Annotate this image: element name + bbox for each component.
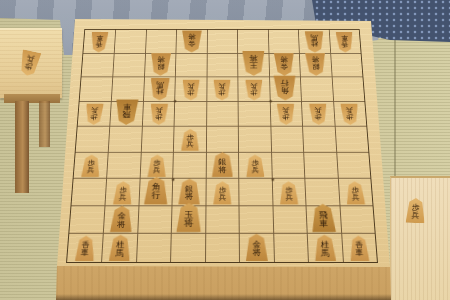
board-cell-9f[interactable]: 歩兵 [74, 152, 109, 178]
shogi-piece-lance-9i[interactable]: 香車 [75, 236, 96, 261]
board-cell-2b[interactable]: 銀将 [299, 53, 331, 77]
board-cell-6a[interactable]: 金将 [176, 30, 207, 53]
piece-kanji: 将 [249, 55, 258, 63]
piece-kanji: 王 [249, 62, 258, 70]
shogi-piece-gold-6a[interactable]: 金将 [182, 30, 202, 52]
shogi-piece-silver-7b[interactable]: 銀将 [150, 53, 171, 75]
board-cell-4i[interactable]: 金将 [239, 233, 274, 262]
shogi-piece-pawn-9f[interactable]: 歩兵 [81, 155, 101, 177]
board-cell-3g[interactable]: 歩兵 [271, 178, 305, 205]
piece-kanji: 将 [311, 56, 319, 63]
piece-kanji: 銀 [312, 63, 320, 70]
shogi-piece-pawn-6c[interactable]: 歩兵 [182, 79, 200, 100]
board-cell-9a[interactable]: 香車 [83, 30, 115, 53]
board-cell-4e[interactable] [238, 126, 271, 152]
board-cell-8f[interactable] [107, 152, 141, 178]
board-cell-1f[interactable] [336, 152, 371, 178]
board-cell-1e[interactable] [334, 126, 368, 152]
shogi-piece-pawn-1g[interactable]: 歩兵 [345, 181, 365, 204]
board-cell-9e[interactable] [76, 126, 110, 152]
shogi-piece-knight-2i[interactable]: 桂馬 [314, 235, 336, 261]
board-cell-7d[interactable]: 歩兵 [142, 101, 175, 126]
board-cell-6h[interactable]: 玉将 [171, 205, 205, 233]
piece-kanji: 歩 [346, 113, 354, 120]
board-cell-3a[interactable] [268, 30, 299, 53]
board-cell-5f[interactable]: 銀将 [206, 152, 239, 178]
board-cell-6d[interactable] [174, 101, 206, 126]
piece-kanji: 兵 [282, 106, 290, 113]
board-cell-5c[interactable]: 歩兵 [206, 77, 238, 101]
board-cell-9c[interactable] [80, 77, 113, 101]
shogi-piece-knight-7c[interactable]: 桂馬 [150, 78, 170, 100]
piece-kanji: 馬 [156, 81, 164, 88]
board-front-shadow [56, 294, 391, 300]
piece-kanji: 車 [341, 34, 349, 40]
piece-kanji: 将 [185, 193, 193, 201]
board-cell-5d[interactable] [206, 101, 238, 126]
board-cell-2e[interactable] [302, 126, 336, 152]
board-cell-9b[interactable] [82, 53, 115, 77]
piece-kanji: 将 [117, 220, 126, 228]
board-cell-1a[interactable]: 香車 [328, 30, 360, 53]
tatami-seam [394, 38, 396, 178]
piece-kanji: 兵 [153, 167, 161, 174]
shogi-piece-rook-2h[interactable]: 飛車 [311, 204, 336, 232]
shogi-piece-gold-8h[interactable]: 金将 [110, 206, 133, 232]
shogi-piece-gold-4i[interactable]: 金将 [246, 234, 268, 261]
board-cell-5a[interactable] [207, 30, 238, 53]
board-cell-3c[interactable]: 角行 [269, 77, 301, 101]
piece-kanji: 行 [281, 79, 289, 86]
piece-kanji: 将 [218, 166, 226, 174]
board-cell-7i[interactable] [136, 233, 171, 262]
piece-kanji: 馬 [310, 34, 318, 41]
shogi-piece-lance-1a[interactable]: 香車 [336, 32, 354, 52]
shogi-piece-lance-9a[interactable]: 香車 [90, 32, 108, 52]
left-stand-leg [39, 101, 50, 147]
piece-kanji: 兵 [26, 54, 35, 63]
shogi-piece-rook-8d[interactable]: 飛車 [115, 100, 138, 125]
piece-kanji: 車 [355, 250, 364, 258]
piece-kanji: 将 [280, 56, 288, 63]
board-cell-3h[interactable] [272, 205, 307, 233]
board-cell-7e[interactable] [141, 126, 174, 152]
board-cell-4a[interactable] [237, 30, 268, 53]
board-cell-5h[interactable] [205, 205, 239, 233]
board-cell-3e[interactable] [270, 126, 303, 152]
board-cell-1b[interactable] [330, 53, 363, 77]
board-cell-4g[interactable] [238, 178, 272, 205]
scene: 香車金将桂馬香車銀将王将金将銀将桂馬歩兵歩兵歩兵角行歩兵飛車歩兵歩兵歩兵歩兵歩兵… [0, 0, 450, 300]
piece-kanji: 将 [157, 56, 165, 63]
piece-kanji: 兵 [219, 82, 226, 89]
shogi-piece-pawn-3d[interactable]: 歩兵 [277, 104, 295, 125]
board-cell-5e[interactable] [206, 126, 239, 152]
piece-kanji: 兵 [285, 194, 293, 201]
board-cell-5g[interactable]: 歩兵 [205, 178, 238, 205]
shogi-piece-king-6h[interactable]: 玉将 [176, 203, 201, 232]
board-cell-4c[interactable]: 歩兵 [238, 77, 270, 101]
board-cell-1g[interactable]: 歩兵 [337, 178, 372, 205]
piece-kanji: 将 [184, 219, 193, 228]
board-cell-1d[interactable]: 歩兵 [333, 101, 367, 126]
shogi-piece-pawn-7f[interactable]: 歩兵 [147, 155, 166, 177]
piece-kanji: 歩 [90, 113, 98, 120]
board-cell-8i[interactable]: 桂馬 [101, 233, 137, 262]
board-cell-8d[interactable]: 飛車 [110, 101, 143, 126]
board-cell-7c[interactable]: 桂馬 [143, 77, 175, 101]
shogi-piece-pawn-3g[interactable]: 歩兵 [279, 181, 298, 204]
piece-kanji: 飛 [122, 111, 131, 119]
piece-kanji: 兵 [91, 106, 99, 113]
piece-kanji: 兵 [314, 106, 322, 113]
board-cell-6f[interactable] [173, 152, 206, 178]
board-cell-8b[interactable] [113, 53, 145, 77]
piece-kanji: 香 [96, 41, 104, 47]
board-cell-6c[interactable]: 歩兵 [175, 77, 207, 101]
piece-kanji: 金 [281, 63, 289, 70]
shogi-piece-knight-2a[interactable]: 桂馬 [304, 31, 324, 52]
piece-kanji: 兵 [155, 106, 163, 113]
piece-kanji: 角 [281, 86, 289, 93]
piece-kanji: 歩 [314, 113, 322, 120]
board-cell-6b[interactable] [175, 53, 206, 77]
shogi-piece-silver-6g[interactable]: 銀将 [178, 179, 200, 205]
board-cell-3f[interactable] [271, 152, 305, 178]
piece-kanji: 馬 [321, 249, 330, 257]
board-cell-8h[interactable]: 金将 [103, 205, 138, 233]
board-cell-3b[interactable]: 金将 [268, 53, 300, 77]
board-cell-6e[interactable]: 歩兵 [173, 126, 206, 152]
piece-kanji: 馬 [115, 249, 124, 257]
piece-kanji: 車 [319, 219, 328, 228]
shogi-piece-silver-5f[interactable]: 銀将 [212, 152, 233, 177]
board-cell-8g[interactable]: 歩兵 [105, 178, 140, 205]
board-cell-7g[interactable]: 角行 [138, 178, 172, 205]
board-cell-4b[interactable]: 王将 [237, 53, 268, 77]
shogi-piece-pawn-2d[interactable]: 歩兵 [309, 104, 328, 125]
shogi-piece-pawn-5g[interactable]: 歩兵 [213, 181, 231, 204]
shogi-piece-bishop-7g[interactable]: 角行 [144, 177, 168, 205]
piece-kanji: 将 [188, 33, 196, 40]
board-cell-9d[interactable]: 歩兵 [78, 101, 112, 126]
piece-kanji: 兵 [219, 194, 227, 201]
board-cell-1i[interactable]: 香車 [341, 233, 377, 262]
board-cell-7f[interactable]: 歩兵 [140, 152, 174, 178]
board-cell-8e[interactable] [108, 126, 142, 152]
board-grid: 香車金将桂馬香車銀将王将金将銀将桂馬歩兵歩兵歩兵角行歩兵飛車歩兵歩兵歩兵歩兵歩兵… [66, 29, 378, 263]
board-cell-9g[interactable] [72, 178, 107, 205]
piece-kanji: 兵 [187, 82, 194, 89]
board-cell-2d[interactable]: 歩兵 [301, 101, 334, 126]
piece-kanji: 兵 [352, 194, 360, 201]
board-cell-4f[interactable]: 歩兵 [238, 152, 271, 178]
board-cell-4d[interactable] [238, 101, 270, 126]
board-cell-7h[interactable] [137, 205, 172, 233]
piece-kanji: 兵 [118, 194, 126, 201]
board-cell-8c[interactable] [111, 77, 144, 101]
piece-kanji: 車 [123, 103, 132, 111]
piece-kanji: 歩 [155, 113, 163, 120]
board-cell-2f[interactable] [303, 152, 337, 178]
piece-kanji: 兵 [411, 211, 419, 219]
shogi-piece-pawn-1d[interactable]: 歩兵 [340, 104, 359, 125]
piece-kanji: 兵 [186, 141, 194, 148]
board-cell-7a[interactable] [145, 30, 176, 53]
shogi-piece-pawn-6e[interactable]: 歩兵 [181, 129, 199, 151]
shogi-piece-pawn-9d[interactable]: 歩兵 [85, 104, 104, 125]
piece-kanji: 歩 [282, 113, 290, 120]
piece-kanji: 兵 [251, 167, 259, 174]
board-cell-3i[interactable] [273, 233, 308, 262]
shogi-piece-silver-2b[interactable]: 銀将 [305, 53, 326, 75]
board-cell-9i[interactable]: 香車 [67, 233, 103, 262]
board-cell-7b[interactable]: 銀将 [144, 53, 176, 77]
shogi-piece-bishop-3c[interactable]: 角行 [274, 75, 297, 100]
shogi-piece-lance-1i[interactable]: 香車 [349, 236, 370, 261]
left-piece-stand-apron [4, 94, 60, 103]
board-cell-6i[interactable] [170, 233, 205, 262]
shogi-piece-pawn-5c[interactable]: 歩兵 [214, 79, 231, 100]
board-cell-1h[interactable] [339, 205, 375, 233]
board-cell-3d[interactable]: 歩兵 [269, 101, 302, 126]
shogi-piece-gold-3b[interactable]: 金将 [274, 53, 295, 75]
piece-kanji: 車 [96, 34, 104, 40]
board-cell-9h[interactable] [69, 205, 105, 233]
piece-kanji: 将 [252, 249, 261, 257]
board-cell-4h[interactable] [239, 205, 273, 233]
board-cell-6g[interactable]: 銀将 [172, 178, 206, 205]
piece-kanji: 兵 [250, 82, 257, 89]
piece-kanji: 兵 [87, 167, 95, 174]
board-cell-2g[interactable] [304, 178, 339, 205]
shogi-piece-pawn-7d[interactable]: 歩兵 [149, 104, 167, 125]
shogi-piece-pawn-8g[interactable]: 歩兵 [113, 181, 133, 204]
right-piece-stand [390, 176, 450, 300]
piece-kanji: 兵 [346, 106, 354, 113]
board-cell-2h[interactable]: 飛車 [306, 205, 341, 233]
board-cell-8a[interactable] [114, 30, 146, 53]
piece-kanji: 香 [341, 41, 349, 47]
board-cell-2a[interactable]: 桂馬 [298, 30, 330, 53]
piece-kanji: 銀 [156, 63, 164, 70]
board-cell-2c[interactable] [300, 77, 333, 101]
shogi-piece-king-4b[interactable]: 王将 [242, 51, 265, 76]
board-cell-5b[interactable] [206, 53, 237, 77]
shogi-piece-pawn-4f[interactable]: 歩兵 [246, 155, 264, 177]
shogi-piece-pawn-4c[interactable]: 歩兵 [245, 79, 263, 100]
piece-kanji: 車 [81, 250, 90, 258]
board-cell-5i[interactable] [205, 233, 239, 262]
board-cell-2i[interactable]: 桂馬 [307, 233, 343, 262]
shogi-piece-knight-8i[interactable]: 桂馬 [109, 235, 131, 261]
left-stand-leg [15, 101, 29, 193]
piece-kanji: 行 [151, 192, 160, 200]
board-cell-1c[interactable] [331, 77, 364, 101]
piece-kanji: 金 [188, 40, 196, 47]
